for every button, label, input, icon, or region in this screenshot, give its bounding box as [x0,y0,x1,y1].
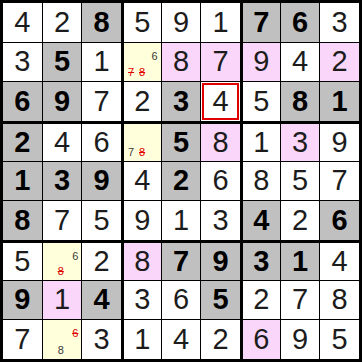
cell-r4c2[interactable]: 4 [43,122,82,161]
solved-digit: 9 [253,47,269,76]
given-digit: 9 [94,166,110,195]
cell-r8c5[interactable]: 6 [162,281,201,320]
solved-digit: 4 [134,166,150,195]
solved-digit: 8 [173,47,189,76]
given-digit: 9 [14,285,30,314]
candidate-7-eliminated: 7 [128,67,134,78]
cell-r9c6[interactable]: 2 [201,320,240,359]
solved-digit: 4 [213,87,229,116]
cell-r8c7[interactable]: 2 [241,281,280,320]
solved-digit: 5 [253,87,269,116]
given-digit: 6 [292,8,308,37]
cell-r3c4[interactable]: 2 [122,82,161,121]
solved-digit: 4 [14,8,30,37]
given-digit: 2 [14,128,30,157]
solved-digit: 4 [292,47,308,76]
cell-r3c9[interactable]: 1 [320,82,359,121]
solved-digit: 2 [332,47,348,76]
cell-r1c2[interactable]: 2 [43,3,82,42]
cell-r5c7[interactable]: 8 [241,162,280,201]
solved-digit: 2 [292,206,308,235]
cell-r2c9[interactable]: 2 [320,43,359,82]
cell-r7c9[interactable]: 4 [320,241,359,280]
cell-r3c1[interactable]: 6 [3,82,42,121]
given-digit: 8 [14,206,30,235]
cell-r1c3[interactable]: 8 [82,3,121,42]
solved-digit: 9 [173,8,189,37]
solved-digit: 3 [292,128,308,157]
cell-r1c4[interactable]: 5 [122,3,161,42]
solved-digit: 4 [332,247,348,276]
cell-r8c4[interactable]: 3 [122,281,161,320]
solved-digit: 5 [94,206,110,235]
cell-r5c2[interactable]: 3 [43,162,82,201]
given-digit: 7 [173,247,189,276]
cell-r6c7[interactable]: 4 [241,201,280,240]
cell-r9c5[interactable]: 4 [162,320,201,359]
cell-r3c6[interactable]: 4 [201,82,240,121]
solved-digit: 9 [332,128,348,157]
solved-digit: 1 [134,325,150,354]
solved-digit: 7 [14,325,30,354]
solved-digit: 5 [14,247,30,276]
given-digit: 1 [14,166,30,195]
given-digit: 5 [173,128,189,157]
solved-digit: 7 [54,206,70,235]
solved-digit: 2 [213,325,229,354]
given-digit: 7 [253,8,269,37]
cell-r1c6[interactable]: 1 [201,3,240,42]
cell-r1c5[interactable]: 9 [162,3,201,42]
given-digit: 1 [292,247,308,276]
cell-r5c8[interactable]: 5 [281,162,320,201]
cell-r2c7[interactable]: 9 [241,43,280,82]
cell-r8c6[interactable]: 5 [201,281,240,320]
solved-digit: 9 [292,325,308,354]
cell-r7c2[interactable]: 68 [43,241,82,280]
candidate-8-eliminated: 8 [139,67,145,78]
cell-r2c6[interactable]: 7 [201,43,240,82]
solved-digit: 3 [14,47,30,76]
given-digit: 8 [94,8,110,37]
cell-r3c2[interactable]: 9 [43,82,82,121]
given-digit: 8 [292,87,308,116]
solved-digit: 5 [134,8,150,37]
cell-r7c7[interactable]: 3 [241,241,280,280]
cell-r5c1[interactable]: 1 [3,162,42,201]
solved-digit: 2 [54,8,70,37]
cell-r9c2[interactable]: 68 [43,320,82,359]
given-digit: 1 [332,87,348,116]
given-digit: 9 [54,87,70,116]
given-digit: 4 [94,285,110,314]
cell-r4c8[interactable]: 3 [281,122,320,161]
cell-r5c4[interactable]: 4 [122,162,161,201]
cell-r6c5[interactable]: 1 [162,201,201,240]
cell-r8c2[interactable]: 1 [43,281,82,320]
solved-digit: 3 [332,8,348,37]
sudoku-board: 4285917633516788794269723458124678581391… [0,0,362,362]
solved-digit: 5 [332,325,348,354]
cell-r2c2[interactable]: 5 [43,43,82,82]
cell-r6c8[interactable]: 2 [281,201,320,240]
solved-digit: 7 [292,285,308,314]
given-digit: 3 [54,166,70,195]
cell-r5c5[interactable]: 2 [162,162,201,201]
given-digit: 3 [173,87,189,116]
cell-r5c3[interactable]: 9 [82,162,121,201]
cell-r9c3[interactable]: 3 [82,320,121,359]
solved-digit: 5 [292,166,308,195]
cell-r9c8[interactable]: 9 [281,320,320,359]
cell-r2c3[interactable]: 1 [82,43,121,82]
cell-r4c5[interactable]: 5 [162,122,201,161]
solved-digit: 1 [213,8,229,37]
cell-r7c1[interactable]: 5 [3,241,42,280]
candidate-6: 6 [72,251,78,262]
cell-r2c1[interactable]: 3 [3,43,42,82]
cell-r7c4[interactable]: 8 [122,241,161,280]
solved-digit: 2 [134,87,150,116]
solved-digit: 8 [213,128,229,157]
cell-r1c1[interactable]: 4 [3,3,42,42]
cell-r8c1[interactable]: 9 [3,281,42,320]
solved-digit: 6 [173,285,189,314]
cell-r3c7[interactable]: 5 [241,82,280,121]
given-digit: 4 [253,206,269,235]
cell-r1c7[interactable]: 7 [241,3,280,42]
solved-digit: 9 [134,206,150,235]
solved-digit: 3 [134,285,150,314]
cell-r9c1[interactable]: 7 [3,320,42,359]
given-digit: 9 [213,247,229,276]
solved-digit: 3 [94,325,110,354]
cell-r4c3[interactable]: 6 [82,122,121,161]
cell-r1c9[interactable]: 3 [320,3,359,42]
cell-r9c4[interactable]: 1 [122,320,161,359]
cell-r2c5[interactable]: 8 [162,43,201,82]
solved-digit: 4 [54,128,70,157]
cell-r7c3[interactable]: 2 [82,241,121,280]
cell-r3c3[interactable]: 7 [82,82,121,121]
cell-r5c6[interactable]: 6 [201,162,240,201]
cell-r6c1[interactable]: 8 [3,201,42,240]
solved-digit: 7 [94,87,110,116]
given-digit: 5 [54,47,70,76]
solved-digit: 8 [332,285,348,314]
candidate-8-eliminated: 8 [58,266,64,277]
cell-r4c9[interactable]: 9 [320,122,359,161]
solved-digit: 7 [332,166,348,195]
cell-r7c5[interactable]: 7 [162,241,201,280]
solved-digit: 6 [253,325,269,354]
cell-r4c6[interactable]: 8 [201,122,240,161]
solved-digit: 1 [94,47,110,76]
cell-r9c9[interactable]: 5 [320,320,359,359]
given-digit: 3 [253,247,269,276]
solved-digit: 4 [173,325,189,354]
cell-r5c9[interactable]: 7 [320,162,359,201]
cell-r8c9[interactable]: 8 [320,281,359,320]
cell-r8c3[interactable]: 4 [82,281,121,320]
given-digit: 6 [332,206,348,235]
solved-digit: 7 [213,47,229,76]
cell-r3c5[interactable]: 3 [162,82,201,121]
given-digit: 2 [173,166,189,195]
solved-digit: 2 [253,285,269,314]
solved-digit: 8 [253,166,269,195]
candidate-8-eliminated: 8 [139,147,145,158]
cell-r6c9[interactable]: 6 [320,201,359,240]
cell-r6c4[interactable]: 9 [122,201,161,240]
cell-r4c1[interactable]: 2 [3,122,42,161]
cell-r4c4[interactable]: 78 [122,122,161,161]
solved-digit: 1 [173,206,189,235]
cell-r6c2[interactable]: 7 [43,201,82,240]
cell-r6c6[interactable]: 3 [201,201,240,240]
cell-r7c8[interactable]: 1 [281,241,320,280]
solved-digit: 2 [94,247,110,276]
solved-digit: 8 [134,247,150,276]
candidate-6: 6 [152,51,158,62]
candidate-8: 8 [58,345,64,356]
solved-digit: 6 [94,128,110,157]
given-digit: 5 [213,285,229,314]
candidate-6-eliminated: 6 [72,328,78,339]
cell-r3c8[interactable]: 8 [281,82,320,121]
cell-r9c7[interactable]: 6 [241,320,280,359]
solved-digit: 1 [253,128,269,157]
solved-digit: 3 [213,206,229,235]
cell-r6c3[interactable]: 5 [82,201,121,240]
cell-r8c8[interactable]: 7 [281,281,320,320]
cell-r2c4[interactable]: 678 [122,43,161,82]
cell-r1c8[interactable]: 6 [281,3,320,42]
candidate-7: 7 [128,147,134,158]
given-digit: 6 [14,87,30,116]
solved-digit: 1 [54,285,70,314]
cell-r4c7[interactable]: 1 [241,122,280,161]
solved-digit: 6 [213,166,229,195]
cell-r2c8[interactable]: 4 [281,43,320,82]
cell-r7c6[interactable]: 9 [201,241,240,280]
